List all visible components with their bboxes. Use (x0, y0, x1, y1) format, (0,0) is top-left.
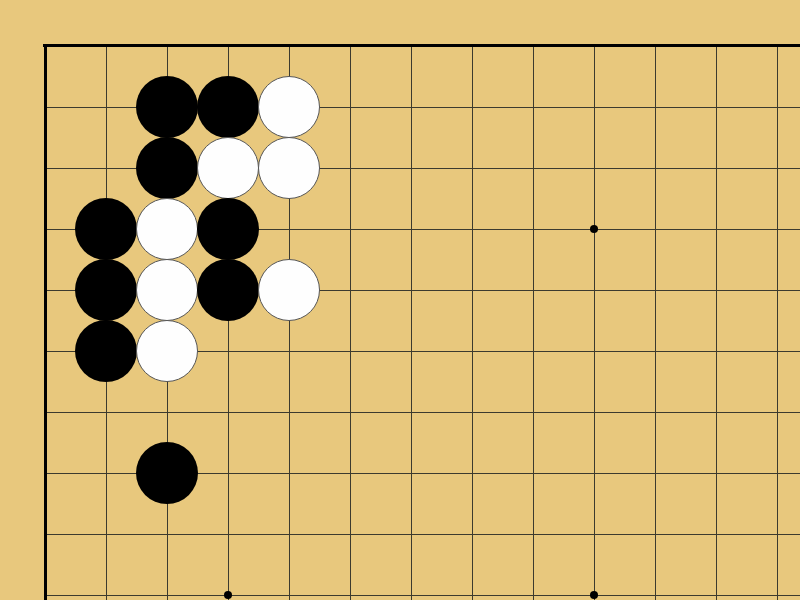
go-board[interactable]: ●●○●○○●○●●○●○●○● (0, 0, 800, 600)
white-stone[interactable]: ○ (136, 198, 198, 260)
black-stone[interactable]: ● (197, 259, 259, 321)
board-intersection-C18[interactable]: ● (137, 77, 198, 138)
black-stone[interactable]: ● (75, 320, 137, 382)
board-intersection-B15[interactable]: ● (76, 260, 137, 321)
board-intersection-B16[interactable]: ● (76, 199, 137, 260)
board-intersection-C17[interactable]: ● (137, 138, 198, 199)
white-stone[interactable]: ○ (136, 259, 198, 321)
board-intersection-C12[interactable]: ● (137, 443, 198, 504)
board-intersection-D17[interactable]: ○ (198, 138, 259, 199)
board-intersection-D15[interactable]: ● (198, 260, 259, 321)
stones-grid: ●●○●○○●○●●○●○●○● (15, 16, 800, 600)
board-intersection-E18[interactable]: ○ (259, 77, 320, 138)
black-stone[interactable]: ● (136, 137, 198, 199)
white-stone[interactable]: ○ (197, 137, 259, 199)
black-stone[interactable]: ● (75, 259, 137, 321)
white-stone[interactable]: ○ (258, 76, 320, 138)
board-intersection-D18[interactable]: ● (198, 77, 259, 138)
white-stone[interactable]: ○ (258, 259, 320, 321)
white-stone[interactable]: ○ (258, 137, 320, 199)
board-intersection-C16[interactable]: ○ (137, 199, 198, 260)
board-intersection-E17[interactable]: ○ (259, 138, 320, 199)
board-intersection-C15[interactable]: ○ (137, 260, 198, 321)
black-stone[interactable]: ● (75, 198, 137, 260)
black-stone[interactable]: ● (197, 198, 259, 260)
board-intersection-D16[interactable]: ● (198, 199, 259, 260)
black-stone[interactable]: ● (197, 76, 259, 138)
black-stone[interactable]: ● (136, 442, 198, 504)
board-intersection-E15[interactable]: ○ (259, 260, 320, 321)
white-stone[interactable]: ○ (136, 320, 198, 382)
board-intersection-B14[interactable]: ● (76, 321, 137, 382)
board-intersection-C14[interactable]: ○ (137, 321, 198, 382)
black-stone[interactable]: ● (136, 76, 198, 138)
